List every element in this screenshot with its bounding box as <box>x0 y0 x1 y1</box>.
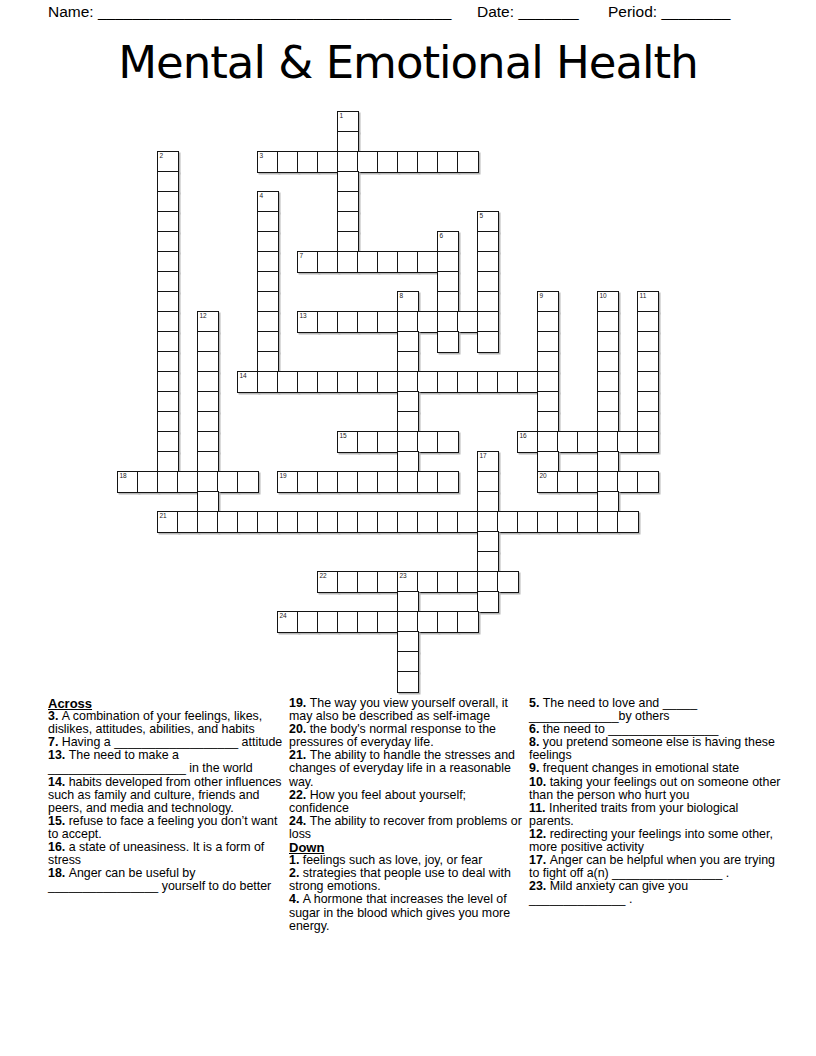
grid-cell-r13c16[interactable] <box>437 371 459 393</box>
clue-across-3: 3. A combination of your feelings, likes… <box>48 710 288 736</box>
grid-cell-r20c22[interactable] <box>557 511 579 533</box>
grid-cell-r21c18[interactable] <box>477 531 499 553</box>
cell-number: 5 <box>480 212 484 219</box>
grid-cell-r2c14[interactable] <box>397 151 419 173</box>
grid-cell-r18c0[interactable]: 18 <box>117 471 139 493</box>
grid-cell-r13c2[interactable] <box>157 371 179 393</box>
grid-cell-r7c15[interactable] <box>417 251 439 273</box>
clue-down-12: 12. redirecting your feelings into some … <box>529 828 781 854</box>
grid-cell-r15c14[interactable] <box>397 411 419 433</box>
grid-cell-r2c11[interactable] <box>337 151 359 173</box>
grid-cell-r11c2[interactable] <box>157 331 179 353</box>
grid-cell-r12c4[interactable] <box>197 351 219 373</box>
grid-cell-r23c12[interactable] <box>357 571 379 593</box>
grid-cell-r18c9[interactable] <box>297 471 319 493</box>
clue-across-21: 21. The ability to handle the stresses a… <box>289 749 529 788</box>
grid-cell-r25c11[interactable] <box>337 611 359 633</box>
clue-across-20: 20. the body's normal response to the pr… <box>289 723 529 749</box>
grid-cell-r23c17[interactable] <box>457 571 479 593</box>
grid-cell-r20c4[interactable] <box>197 511 219 533</box>
cell-number: 6 <box>440 232 444 239</box>
grid-cell-r16c4[interactable] <box>197 431 219 453</box>
cell-number: 3 <box>260 152 264 159</box>
grid-cell-r20c25[interactable] <box>617 511 639 533</box>
grid-cell-r20c3[interactable] <box>177 511 199 533</box>
grid-cell-r13c26[interactable] <box>637 371 659 393</box>
grid-cell-r7c12[interactable] <box>357 251 379 273</box>
grid-cell-r18c12[interactable] <box>357 471 379 493</box>
grid-cell-r18c16[interactable] <box>437 471 459 493</box>
grid-cell-r16c15[interactable] <box>417 431 439 453</box>
grid-cell-r18c26[interactable] <box>637 471 659 493</box>
grid-cell-r10c13[interactable] <box>377 311 399 333</box>
clue-across-22: 22. How you feel about yourself; confide… <box>289 789 529 815</box>
grid-cell-r1c11[interactable] <box>337 131 359 153</box>
cell-number: 20 <box>540 472 547 479</box>
grid-cell-r25c9[interactable] <box>297 611 319 633</box>
grid-cell-r20c6[interactable] <box>237 511 259 533</box>
clue-across-19: 19. The way you view yourself overall, i… <box>289 697 529 723</box>
grid-cell-r20c7[interactable] <box>257 511 279 533</box>
grid-cell-r7c18[interactable] <box>477 251 499 273</box>
grid-cell-r7c10[interactable] <box>317 251 339 273</box>
grid-cell-r13c13[interactable] <box>377 371 399 393</box>
grid-cell-r7c11[interactable] <box>337 251 359 273</box>
grid-cell-r20c8[interactable] <box>277 511 299 533</box>
grid-cell-r25c14[interactable] <box>397 611 419 633</box>
grid-cell-r7c14[interactable] <box>397 251 419 273</box>
grid-cell-r18c15[interactable] <box>417 471 439 493</box>
grid-cell-r23c11[interactable] <box>337 571 359 593</box>
grid-cell-r18c21[interactable]: 20 <box>537 471 559 493</box>
grid-cell-r13c21[interactable] <box>537 371 559 393</box>
grid-cell-r7c2[interactable] <box>157 251 179 273</box>
cell-number: 2 <box>160 152 164 159</box>
grid-cell-r12c7[interactable] <box>257 351 279 373</box>
clue-column-3: 5. The need to love and _____ __________… <box>529 697 781 907</box>
grid-cell-r5c7[interactable] <box>257 211 279 233</box>
grid-cell-r18c1[interactable] <box>137 471 159 493</box>
grid-cell-r9c2[interactable] <box>157 291 179 313</box>
worksheet-page: Name: __________________________________… <box>0 0 816 1056</box>
grid-cell-r2c8[interactable] <box>277 151 299 173</box>
cell-number: 1 <box>340 112 344 119</box>
grid-cell-r18c14[interactable] <box>397 471 419 493</box>
grid-cell-r2c10[interactable] <box>317 151 339 173</box>
grid-cell-r11c18[interactable] <box>477 331 499 353</box>
grid-cell-r2c13[interactable] <box>377 151 399 173</box>
period-blank-line[interactable]: ________ <box>661 3 730 20</box>
grid-cell-r23c18[interactable] <box>477 571 499 593</box>
grid-cell-r6c2[interactable] <box>157 231 179 253</box>
grid-cell-r18c13[interactable] <box>377 471 399 493</box>
grid-cell-r18c2[interactable] <box>157 471 179 493</box>
clue-column-2: 19. The way you view yourself overall, i… <box>289 697 529 933</box>
grid-cell-r6c7[interactable] <box>257 231 279 253</box>
grid-cell-r6c11[interactable] <box>337 231 359 253</box>
grid-cell-r13c8[interactable] <box>277 371 299 393</box>
grid-cell-r23c14[interactable]: 23 <box>397 571 419 593</box>
grid-cell-r10c15[interactable] <box>417 311 439 333</box>
clue-down-11: 11. Inherited traits from your biologica… <box>529 802 781 828</box>
grid-cell-r12c21[interactable] <box>537 351 559 373</box>
grid-cell-r18c5[interactable] <box>217 471 239 493</box>
grid-cell-r4c11[interactable] <box>337 191 359 213</box>
clue-down-23: 23. Mild anxiety can give you __________… <box>529 880 781 906</box>
clue-across-14: 14. habits developed from other influenc… <box>48 776 288 815</box>
grid-cell-r18c24[interactable] <box>597 471 619 493</box>
grid-cell-r20c17[interactable] <box>457 511 479 533</box>
grid-cell-r15c24[interactable] <box>597 411 619 433</box>
grid-cell-r13c4[interactable] <box>197 371 219 393</box>
grid-cell-r15c4[interactable] <box>197 411 219 433</box>
grid-cell-r2c17[interactable] <box>457 151 479 173</box>
grid-cell-r16c13[interactable] <box>377 431 399 453</box>
grid-cell-r9c21[interactable]: 9 <box>537 291 559 313</box>
grid-cell-r10c11[interactable] <box>337 311 359 333</box>
grid-cell-r2c12[interactable] <box>357 151 379 173</box>
clue-down-17: 17. Anger can be helpful when you are tr… <box>529 854 781 880</box>
grid-cell-r16c16[interactable] <box>437 431 459 453</box>
grid-cell-r9c7[interactable] <box>257 291 279 313</box>
date-label: Date: <box>477 3 514 20</box>
grid-cell-r24c18[interactable] <box>477 591 499 613</box>
cell-number: 17 <box>480 452 487 459</box>
grid-cell-r23c10[interactable]: 22 <box>317 571 339 593</box>
grid-cell-r17c18[interactable]: 17 <box>477 451 499 473</box>
cell-number: 22 <box>320 572 327 579</box>
name-label: Name: <box>48 3 94 20</box>
grid-cell-r20c11[interactable] <box>337 511 359 533</box>
grid-cell-r13c12[interactable] <box>357 371 379 393</box>
grid-cell-r14c24[interactable] <box>597 391 619 413</box>
grid-cell-r13c18[interactable] <box>477 371 499 393</box>
grid-cell-r14c14[interactable] <box>397 391 419 413</box>
grid-cell-r2c7[interactable]: 3 <box>257 151 279 173</box>
cell-number: 4 <box>260 192 264 199</box>
grid-cell-r18c6[interactable] <box>237 471 259 493</box>
grid-cell-r11c24[interactable] <box>597 331 619 353</box>
grid-cell-r4c7[interactable]: 4 <box>257 191 279 213</box>
cell-number: 8 <box>400 292 404 299</box>
grid-cell-r15c26[interactable] <box>637 411 659 433</box>
grid-cell-r10c24[interactable] <box>597 311 619 333</box>
grid-cell-r16c26[interactable] <box>637 431 659 453</box>
clue-across-13: 13. The need to make a _________________… <box>48 749 288 775</box>
grid-cell-r6c18[interactable] <box>477 231 499 253</box>
grid-cell-r16c22[interactable] <box>557 431 579 453</box>
grid-cell-r8c2[interactable] <box>157 271 179 293</box>
grid-cell-r9c18[interactable] <box>477 291 499 313</box>
grid-cell-r10c18[interactable] <box>477 311 499 333</box>
grid-cell-r13c11[interactable] <box>337 371 359 393</box>
grid-cell-r20c13[interactable] <box>377 511 399 533</box>
grid-cell-r25c13[interactable] <box>377 611 399 633</box>
grid-cell-r27c14[interactable] <box>397 651 419 673</box>
grid-cell-r10c10[interactable] <box>317 311 339 333</box>
grid-cell-r10c9[interactable]: 13 <box>297 311 319 333</box>
grid-cell-r10c2[interactable] <box>157 311 179 333</box>
grid-cell-r13c7[interactable] <box>257 371 279 393</box>
cell-number: 18 <box>120 472 127 479</box>
grid-cell-r16c2[interactable] <box>157 431 179 453</box>
cell-number: 24 <box>280 612 287 619</box>
grid-cell-r8c16[interactable] <box>437 271 459 293</box>
grid-cell-r18c18[interactable] <box>477 471 499 493</box>
clue-across-15: 15. refuse to face a feeling you don’t w… <box>48 815 288 841</box>
cell-number: 9 <box>540 292 544 299</box>
grid-cell-r2c15[interactable] <box>417 151 439 173</box>
grid-cell-r13c9[interactable] <box>297 371 319 393</box>
grid-cell-r15c2[interactable] <box>157 411 179 433</box>
grid-cell-r12c26[interactable] <box>637 351 659 373</box>
grid-cell-r13c6[interactable]: 14 <box>237 371 259 393</box>
cell-number: 11 <box>640 292 647 299</box>
grid-cell-r5c18[interactable]: 5 <box>477 211 499 233</box>
grid-cell-r13c20[interactable] <box>517 371 539 393</box>
grid-cell-r23c13[interactable] <box>377 571 399 593</box>
grid-cell-r6c16[interactable]: 6 <box>437 231 459 253</box>
grid-cell-r5c11[interactable] <box>337 211 359 233</box>
clue-column-1: Across3. A combination of your feelings,… <box>48 697 288 893</box>
grid-cell-r7c7[interactable] <box>257 251 279 273</box>
grid-cell-r7c16[interactable] <box>437 251 459 273</box>
cell-number: 23 <box>400 572 407 579</box>
crossword-grid: 123456789101112131415161718192021222324 <box>117 111 657 691</box>
grid-cell-r19c4[interactable] <box>197 491 219 513</box>
grid-cell-r14c21[interactable] <box>537 391 559 413</box>
grid-cell-r20c19[interactable] <box>497 511 519 533</box>
grid-cell-r20c15[interactable] <box>417 511 439 533</box>
date-blank-line[interactable]: _______ <box>518 3 578 20</box>
clue-across-16: 16. a state of uneasiness. It is a form … <box>48 841 288 867</box>
grid-cell-r11c26[interactable] <box>637 331 659 353</box>
grid-cell-r18c10[interactable] <box>317 471 339 493</box>
grid-cell-r13c14[interactable] <box>397 371 419 393</box>
grid-cell-r18c3[interactable] <box>177 471 199 493</box>
clue-across-24: 24. The ability to recover from problems… <box>289 815 529 841</box>
grid-cell-r10c26[interactable] <box>637 311 659 333</box>
clue-down-4: 4. A hormone that increases the level of… <box>289 893 529 932</box>
clue-down-8: 8. you pretend someone else is having th… <box>529 736 781 762</box>
grid-cell-r3c2[interactable] <box>157 171 179 193</box>
grid-cell-r20c2[interactable]: 21 <box>157 511 179 533</box>
cell-number: 13 <box>300 312 307 319</box>
clue-down-5: 5. The need to love and _____ __________… <box>529 697 781 723</box>
grid-cell-r14c2[interactable] <box>157 391 179 413</box>
period-label: Period: <box>608 3 657 20</box>
grid-cell-r3c11[interactable] <box>337 171 359 193</box>
grid-cell-r19c18[interactable] <box>477 491 499 513</box>
grid-cell-r10c14[interactable] <box>397 311 419 333</box>
grid-cell-r11c21[interactable] <box>537 331 559 353</box>
grid-cell-r22c18[interactable] <box>477 551 499 573</box>
grid-cell-r17c21[interactable] <box>537 451 559 473</box>
grid-cell-r10c4[interactable]: 12 <box>197 311 219 333</box>
grid-cell-r12c2[interactable] <box>157 351 179 373</box>
grid-cell-r16c21[interactable] <box>537 431 559 453</box>
grid-cell-r13c10[interactable] <box>317 371 339 393</box>
grid-cell-r17c4[interactable] <box>197 451 219 473</box>
grid-cell-r2c16[interactable] <box>437 151 459 173</box>
grid-cell-r8c18[interactable] <box>477 271 499 293</box>
grid-cell-r23c19[interactable] <box>497 571 519 593</box>
name-field: Name: __________________________________… <box>48 3 451 21</box>
grid-cell-r24c14[interactable] <box>397 591 419 613</box>
grid-cell-r20c14[interactable] <box>397 511 419 533</box>
cell-number: 10 <box>600 292 607 299</box>
grid-cell-r7c13[interactable] <box>377 251 399 273</box>
grid-cell-r20c16[interactable] <box>437 511 459 533</box>
grid-cell-r5c2[interactable] <box>157 211 179 233</box>
grid-cell-r18c11[interactable] <box>337 471 359 493</box>
grid-cell-r13c17[interactable] <box>457 371 479 393</box>
grid-cell-r26c14[interactable] <box>397 631 419 653</box>
grid-cell-r14c26[interactable] <box>637 391 659 413</box>
grid-cell-r15c21[interactable] <box>537 411 559 433</box>
grid-cell-r11c14[interactable] <box>397 331 419 353</box>
period-field: Period: ________ <box>608 3 730 21</box>
clue-down-2: 2. strategies that people use to deal wi… <box>289 867 529 893</box>
grid-cell-r18c23[interactable] <box>577 471 599 493</box>
grid-cell-r11c16[interactable] <box>437 331 459 353</box>
grid-cell-r7c9[interactable]: 7 <box>297 251 319 273</box>
grid-cell-r10c12[interactable] <box>357 311 379 333</box>
grid-cell-r16c11[interactable]: 15 <box>337 431 359 453</box>
grid-cell-r11c4[interactable] <box>197 331 219 353</box>
page-title: Mental & Emotional Health <box>0 36 816 89</box>
grid-cell-r11c7[interactable] <box>257 331 279 353</box>
grid-cell-r12c14[interactable] <box>397 351 419 373</box>
grid-cell-r25c10[interactable] <box>317 611 339 633</box>
cell-number: 21 <box>160 512 167 519</box>
date-field: Date: _______ <box>477 3 579 21</box>
grid-cell-r12c24[interactable] <box>597 351 619 373</box>
grid-cell-r20c20[interactable] <box>517 511 539 533</box>
grid-cell-r20c18[interactable] <box>477 511 499 533</box>
grid-cell-r9c24[interactable]: 10 <box>597 291 619 313</box>
grid-cell-r20c12[interactable] <box>357 511 379 533</box>
grid-cell-r28c14[interactable] <box>397 671 419 693</box>
grid-cell-r18c22[interactable] <box>557 471 579 493</box>
cell-number: 12 <box>200 312 207 319</box>
grid-cell-r0c11[interactable]: 1 <box>337 111 359 133</box>
grid-cell-r13c19[interactable] <box>497 371 519 393</box>
grid-cell-r13c24[interactable] <box>597 371 619 393</box>
grid-cell-r4c2[interactable] <box>157 191 179 213</box>
grid-cell-r20c21[interactable] <box>537 511 559 533</box>
cell-number: 7 <box>300 252 304 259</box>
grid-cell-r16c14[interactable] <box>397 431 419 453</box>
grid-cell-r16c24[interactable] <box>597 431 619 453</box>
grid-cell-r9c14[interactable]: 8 <box>397 291 419 313</box>
grid-cell-r20c24[interactable] <box>597 511 619 533</box>
grid-cell-r14c4[interactable] <box>197 391 219 413</box>
grid-cell-r9c26[interactable]: 11 <box>637 291 659 313</box>
grid-cell-r16c20[interactable]: 16 <box>517 431 539 453</box>
grid-cell-r20c23[interactable] <box>577 511 599 533</box>
grid-cell-r10c7[interactable] <box>257 311 279 333</box>
grid-cell-r10c21[interactable] <box>537 311 559 333</box>
grid-cell-r25c17[interactable] <box>457 611 479 633</box>
grid-cell-r2c9[interactable] <box>297 151 319 173</box>
grid-cell-r16c12[interactable] <box>357 431 379 453</box>
grid-cell-r10c17[interactable] <box>457 311 479 333</box>
cell-number: 15 <box>340 432 347 439</box>
grid-cell-r16c23[interactable] <box>577 431 599 453</box>
grid-cell-r16c25[interactable] <box>617 431 639 453</box>
grid-cell-r9c16[interactable] <box>437 291 459 313</box>
grid-cell-r13c15[interactable] <box>417 371 439 393</box>
grid-cell-r23c16[interactable] <box>437 571 459 593</box>
grid-cell-r18c4[interactable] <box>197 471 219 493</box>
clue-across-18: 18. Anger can be useful by _____________… <box>48 867 288 893</box>
clue-down-10: 10. taking your feelings out on someone … <box>529 776 781 802</box>
grid-cell-r8c7[interactable] <box>257 271 279 293</box>
grid-cell-r18c25[interactable] <box>617 471 639 493</box>
grid-cell-r23c15[interactable] <box>417 571 439 593</box>
grid-cell-r18c8[interactable]: 19 <box>277 471 299 493</box>
grid-cell-r20c5[interactable] <box>217 511 239 533</box>
grid-cell-r17c2[interactable] <box>157 451 179 473</box>
grid-cell-r25c8[interactable]: 24 <box>277 611 299 633</box>
clue-down-9: 9. frequent changes in emotional state <box>529 762 781 775</box>
cell-number: 19 <box>280 472 287 479</box>
grid-cell-r2c2[interactable]: 2 <box>157 151 179 173</box>
name-blank-line[interactable]: ________________________________________… <box>98 3 451 20</box>
grid-cell-r25c12[interactable] <box>357 611 379 633</box>
grid-cell-r25c15[interactable] <box>417 611 439 633</box>
grid-cell-r19c24[interactable] <box>597 491 619 513</box>
cell-number: 14 <box>240 372 247 379</box>
grid-cell-r20c10[interactable] <box>317 511 339 533</box>
grid-cell-r25c16[interactable] <box>437 611 459 633</box>
grid-cell-r17c14[interactable] <box>397 451 419 473</box>
grid-cell-r17c24[interactable] <box>597 451 619 473</box>
grid-cell-r20c9[interactable] <box>297 511 319 533</box>
cell-number: 16 <box>520 432 527 439</box>
grid-cell-r10c16[interactable] <box>437 311 459 333</box>
